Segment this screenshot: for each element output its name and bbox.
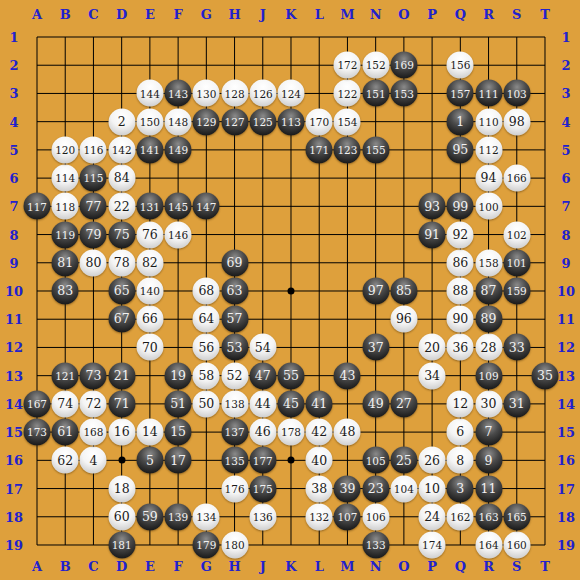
black-stone-89: 89 — [475, 306, 502, 333]
move-number: 124 — [281, 88, 301, 99]
move-number: 10 — [424, 482, 440, 495]
move-number: 102 — [507, 229, 527, 240]
black-stone-17: 17 — [165, 447, 192, 474]
white-stone-122: 122 — [334, 80, 361, 107]
move-number: 45 — [283, 398, 299, 411]
black-stone-23: 23 — [362, 475, 389, 502]
move-number: 170 — [309, 116, 329, 127]
move-number: 106 — [366, 512, 386, 523]
white-stone-138: 138 — [221, 390, 248, 417]
move-number: 4 — [89, 454, 97, 467]
move-number: 86 — [452, 257, 468, 270]
move-number: 27 — [396, 398, 412, 411]
coordinate-label: 19 — [557, 538, 575, 551]
black-stone-41: 41 — [306, 390, 333, 417]
move-number: 16 — [114, 426, 130, 439]
white-stone-86: 86 — [447, 249, 474, 276]
move-number: 53 — [227, 341, 243, 354]
white-stone-160: 160 — [503, 531, 530, 558]
black-stone-7: 7 — [475, 419, 502, 446]
black-stone-91: 91 — [419, 221, 446, 248]
black-stone-65: 65 — [108, 277, 135, 304]
white-stone-112: 112 — [475, 136, 502, 163]
move-number: 145 — [168, 201, 188, 212]
move-number: 9 — [485, 454, 493, 467]
coordinate-label: 10 — [5, 284, 23, 297]
black-stone-85: 85 — [390, 277, 417, 304]
white-stone-154: 154 — [334, 108, 361, 135]
move-number: 77 — [85, 200, 101, 213]
black-stone-79: 79 — [80, 221, 107, 248]
move-number: 20 — [424, 341, 440, 354]
white-stone-130: 130 — [193, 80, 220, 107]
white-stone-98: 98 — [503, 108, 530, 135]
black-stone-105: 105 — [362, 447, 389, 474]
white-stone-180: 180 — [221, 531, 248, 558]
white-stone-128: 128 — [221, 80, 248, 107]
white-stone-164: 164 — [475, 531, 502, 558]
white-stone-150: 150 — [136, 108, 163, 135]
move-number: 160 — [507, 540, 527, 551]
white-stone-56: 56 — [193, 334, 220, 361]
white-stone-68: 68 — [193, 277, 220, 304]
white-stone-64: 64 — [193, 306, 220, 333]
move-number: 103 — [507, 88, 527, 99]
white-stone-114: 114 — [52, 165, 79, 192]
move-number: 96 — [396, 313, 412, 326]
coordinate-label: P — [427, 560, 437, 573]
coordinate-label: 4 — [9, 115, 18, 128]
move-number: 154 — [337, 116, 357, 127]
coordinate-label: 10 — [557, 284, 575, 297]
coordinate-label: 13 — [5, 369, 23, 382]
white-stone-100: 100 — [475, 193, 502, 220]
white-stone-124: 124 — [277, 80, 304, 107]
black-stone-107: 107 — [334, 503, 361, 530]
move-number: 62 — [57, 454, 73, 467]
coordinate-label: G — [201, 8, 212, 21]
move-number: 14 — [142, 426, 158, 439]
white-stone-62: 62 — [52, 447, 79, 474]
white-stone-106: 106 — [362, 503, 389, 530]
white-stone-116: 116 — [80, 136, 107, 163]
move-number: 24 — [424, 511, 440, 524]
coordinate-label: A — [32, 560, 42, 573]
coordinate-label: 9 — [561, 256, 570, 269]
star-point — [287, 287, 294, 294]
black-stone-39: 39 — [334, 475, 361, 502]
black-stone-73: 73 — [80, 362, 107, 389]
move-number: 137 — [225, 427, 245, 438]
move-number: 95 — [452, 144, 468, 157]
move-number: 178 — [281, 427, 301, 438]
coordinate-label: 1 — [9, 31, 18, 44]
coordinate-label: 15 — [5, 426, 23, 439]
white-stone-30: 30 — [475, 390, 502, 417]
black-stone-15: 15 — [165, 419, 192, 446]
black-stone-159: 159 — [503, 277, 530, 304]
white-stone-12: 12 — [447, 390, 474, 417]
black-stone-143: 143 — [165, 80, 192, 107]
white-stone-14: 14 — [136, 419, 163, 446]
black-stone-27: 27 — [390, 390, 417, 417]
move-number: 64 — [198, 313, 214, 326]
coordinate-label: A — [32, 8, 42, 21]
coordinate-label: 14 — [5, 397, 23, 410]
black-stone-149: 149 — [165, 136, 192, 163]
move-number: 93 — [424, 200, 440, 213]
coordinate-label: O — [398, 560, 409, 573]
coordinate-label: 16 — [557, 454, 575, 467]
move-number: 142 — [112, 145, 132, 156]
white-stone-10: 10 — [419, 475, 446, 502]
coordinate-label: M — [340, 8, 354, 21]
move-number: 159 — [507, 286, 527, 297]
move-number: 67 — [114, 313, 130, 326]
move-number: 84 — [114, 172, 130, 185]
move-number: 90 — [452, 313, 468, 326]
move-number: 141 — [140, 145, 160, 156]
black-stone-101: 101 — [503, 249, 530, 276]
move-number: 69 — [227, 257, 243, 270]
white-stone-54: 54 — [249, 334, 276, 361]
white-stone-176: 176 — [221, 475, 248, 502]
move-number: 118 — [55, 201, 75, 212]
white-stone-60: 60 — [108, 503, 135, 530]
move-number: 42 — [311, 426, 327, 439]
move-number: 1 — [456, 115, 464, 128]
move-number: 134 — [196, 512, 216, 523]
coordinate-label: E — [145, 560, 155, 573]
black-stone-57: 57 — [221, 306, 248, 333]
move-number: 65 — [114, 285, 130, 298]
move-number: 104 — [394, 483, 414, 494]
coordinate-label: L — [315, 560, 324, 573]
move-number: 133 — [366, 540, 386, 551]
white-stone-158: 158 — [475, 249, 502, 276]
coordinate-label: J — [260, 8, 266, 21]
move-number: 83 — [57, 285, 73, 298]
black-stone-165: 165 — [503, 503, 530, 530]
black-stone-111: 111 — [475, 80, 502, 107]
coordinate-label: 14 — [557, 397, 575, 410]
white-stone-76: 76 — [136, 221, 163, 248]
move-number: 40 — [311, 454, 327, 467]
move-number: 144 — [140, 88, 160, 99]
black-stone-171: 171 — [306, 136, 333, 163]
white-stone-36: 36 — [447, 334, 474, 361]
white-stone-92: 92 — [447, 221, 474, 248]
coordinate-label: 19 — [5, 538, 23, 551]
white-stone-34: 34 — [419, 362, 446, 389]
white-stone-42: 42 — [306, 419, 333, 446]
move-number: 36 — [452, 341, 468, 354]
black-stone-93: 93 — [419, 193, 446, 220]
coordinate-label: F — [173, 560, 182, 573]
move-number: 115 — [83, 173, 103, 184]
black-stone-87: 87 — [475, 277, 502, 304]
move-number: 5 — [146, 454, 154, 467]
white-stone-74: 74 — [52, 390, 79, 417]
move-number: 163 — [479, 512, 499, 523]
coordinate-label: J — [260, 560, 266, 573]
coordinate-label: 3 — [561, 87, 570, 100]
black-stone-77: 77 — [80, 193, 107, 220]
coordinate-label: Q — [455, 8, 466, 21]
black-stone-177: 177 — [249, 447, 276, 474]
move-number: 165 — [507, 512, 527, 523]
move-number: 119 — [55, 229, 75, 240]
move-number: 181 — [112, 540, 132, 551]
move-number: 122 — [337, 88, 357, 99]
coordinate-label: 4 — [561, 115, 570, 128]
move-number: 169 — [394, 60, 414, 71]
move-number: 177 — [253, 455, 273, 466]
coordinate-label: 8 — [561, 228, 570, 241]
move-number: 88 — [452, 285, 468, 298]
move-number: 7 — [485, 426, 493, 439]
coordinate-label: Q — [455, 560, 466, 573]
black-stone-71: 71 — [108, 390, 135, 417]
black-stone-179: 179 — [193, 531, 220, 558]
move-number: 152 — [366, 60, 386, 71]
coordinate-label: 6 — [9, 172, 18, 185]
coordinate-label: 2 — [561, 59, 570, 72]
coordinate-label: 5 — [9, 143, 18, 156]
move-number: 112 — [479, 145, 499, 156]
coordinate-label: 18 — [5, 510, 23, 523]
coordinate-label: F — [173, 8, 182, 21]
coordinate-label: 5 — [561, 143, 570, 156]
star-point — [287, 457, 294, 464]
black-stone-167: 167 — [24, 390, 51, 417]
white-stone-172: 172 — [334, 52, 361, 79]
move-number: 18 — [114, 482, 130, 495]
white-stone-146: 146 — [165, 221, 192, 248]
white-stone-20: 20 — [419, 334, 446, 361]
move-number: 109 — [479, 370, 499, 381]
move-number: 146 — [168, 229, 188, 240]
white-stone-50: 50 — [193, 390, 220, 417]
coordinate-label: 3 — [9, 87, 18, 100]
move-number: 12 — [452, 398, 468, 411]
move-number: 100 — [479, 201, 499, 212]
white-stone-58: 58 — [193, 362, 220, 389]
coordinate-label: 16 — [5, 454, 23, 467]
black-stone-181: 181 — [108, 531, 135, 558]
move-number: 41 — [311, 398, 327, 411]
move-number: 60 — [114, 511, 130, 524]
white-stone-4: 4 — [80, 447, 107, 474]
white-stone-84: 84 — [108, 165, 135, 192]
white-stone-44: 44 — [249, 390, 276, 417]
move-number: 116 — [83, 145, 103, 156]
move-number: 52 — [227, 369, 243, 382]
black-stone-175: 175 — [249, 475, 276, 502]
black-stone-115: 115 — [80, 165, 107, 192]
move-number: 19 — [170, 369, 186, 382]
white-stone-78: 78 — [108, 249, 135, 276]
coordinate-label: 1 — [561, 31, 570, 44]
coordinate-label: R — [483, 8, 494, 21]
move-number: 157 — [450, 88, 470, 99]
move-number: 46 — [255, 426, 271, 439]
black-stone-163: 163 — [475, 503, 502, 530]
move-number: 94 — [481, 172, 497, 185]
white-stone-104: 104 — [390, 475, 417, 502]
move-number: 175 — [253, 483, 273, 494]
black-stone-19: 19 — [165, 362, 192, 389]
black-stone-51: 51 — [165, 390, 192, 417]
coordinate-label: K — [285, 560, 296, 573]
black-stone-9: 9 — [475, 447, 502, 474]
white-stone-16: 16 — [108, 419, 135, 446]
coordinate-label: N — [370, 560, 382, 573]
white-stone-94: 94 — [475, 165, 502, 192]
black-stone-3: 3 — [447, 475, 474, 502]
white-stone-170: 170 — [306, 108, 333, 135]
move-number: 164 — [479, 540, 499, 551]
move-number: 92 — [452, 228, 468, 241]
coordinate-label: O — [398, 8, 409, 21]
white-stone-46: 46 — [249, 419, 276, 446]
black-stone-155: 155 — [362, 136, 389, 163]
white-stone-40: 40 — [306, 447, 333, 474]
white-stone-48: 48 — [334, 419, 361, 446]
move-number: 123 — [337, 145, 357, 156]
white-stone-26: 26 — [419, 447, 446, 474]
move-number: 43 — [339, 369, 355, 382]
coordinate-label: M — [340, 560, 354, 573]
move-number: 21 — [114, 369, 130, 382]
move-number: 58 — [198, 369, 214, 382]
white-stone-24: 24 — [419, 503, 446, 530]
white-stone-88: 88 — [447, 277, 474, 304]
move-number: 6 — [456, 426, 464, 439]
black-stone-53: 53 — [221, 334, 248, 361]
white-stone-52: 52 — [221, 362, 248, 389]
move-number: 97 — [368, 285, 384, 298]
black-stone-31: 31 — [503, 390, 530, 417]
white-stone-148: 148 — [165, 108, 192, 135]
coordinate-label: E — [145, 8, 155, 21]
black-stone-147: 147 — [193, 193, 220, 220]
white-stone-38: 38 — [306, 475, 333, 502]
white-stone-70: 70 — [136, 334, 163, 361]
white-stone-144: 144 — [136, 80, 163, 107]
move-number: 136 — [253, 512, 273, 523]
white-stone-6: 6 — [447, 419, 474, 446]
move-number: 75 — [114, 228, 130, 241]
move-number: 105 — [366, 455, 386, 466]
white-stone-126: 126 — [249, 80, 276, 107]
move-number: 78 — [114, 257, 130, 270]
move-number: 87 — [481, 285, 497, 298]
black-stone-67: 67 — [108, 306, 135, 333]
move-number: 148 — [168, 116, 188, 127]
coordinate-label: 7 — [9, 200, 18, 213]
move-number: 132 — [309, 512, 329, 523]
coordinate-label: 18 — [557, 510, 575, 523]
move-number: 89 — [481, 313, 497, 326]
black-stone-151: 151 — [362, 80, 389, 107]
black-stone-95: 95 — [447, 136, 474, 163]
white-stone-80: 80 — [80, 249, 107, 276]
white-stone-178: 178 — [277, 419, 304, 446]
coordinate-label: P — [427, 8, 437, 21]
coordinate-label: 12 — [5, 341, 23, 354]
move-number: 131 — [140, 201, 160, 212]
coordinate-label: L — [315, 8, 324, 21]
coordinate-label: 12 — [557, 341, 575, 354]
black-stone-83: 83 — [52, 277, 79, 304]
black-stone-135: 135 — [221, 447, 248, 474]
black-stone-131: 131 — [136, 193, 163, 220]
white-stone-136: 136 — [249, 503, 276, 530]
black-stone-139: 139 — [165, 503, 192, 530]
move-number: 150 — [140, 116, 160, 127]
coordinate-label: D — [116, 560, 127, 573]
move-number: 81 — [57, 257, 73, 270]
white-stone-82: 82 — [136, 249, 163, 276]
move-number: 120 — [55, 145, 75, 156]
black-stone-117: 117 — [24, 193, 51, 220]
white-stone-28: 28 — [475, 334, 502, 361]
move-number: 172 — [337, 60, 357, 71]
black-stone-63: 63 — [221, 277, 248, 304]
move-number: 35 — [537, 369, 553, 382]
black-stone-75: 75 — [108, 221, 135, 248]
move-number: 72 — [85, 398, 101, 411]
move-number: 39 — [339, 482, 355, 495]
white-stone-66: 66 — [136, 306, 163, 333]
white-stone-140: 140 — [136, 277, 163, 304]
black-stone-49: 49 — [362, 390, 389, 417]
coordinate-label: 15 — [557, 426, 575, 439]
move-number: 107 — [337, 512, 357, 523]
coordinate-label: 17 — [5, 482, 23, 495]
move-number: 176 — [225, 483, 245, 494]
move-number: 68 — [198, 285, 214, 298]
black-stone-99: 99 — [447, 193, 474, 220]
move-number: 153 — [394, 88, 414, 99]
star-point — [118, 457, 125, 464]
black-stone-119: 119 — [52, 221, 79, 248]
white-stone-168: 168 — [80, 419, 107, 446]
move-number: 79 — [85, 228, 101, 241]
black-stone-69: 69 — [221, 249, 248, 276]
move-number: 110 — [479, 116, 499, 127]
move-number: 70 — [142, 341, 158, 354]
black-stone-33: 33 — [503, 334, 530, 361]
move-number: 155 — [366, 145, 386, 156]
move-number: 76 — [142, 228, 158, 241]
white-stone-134: 134 — [193, 503, 220, 530]
move-number: 63 — [227, 285, 243, 298]
black-stone-125: 125 — [249, 108, 276, 135]
move-number: 99 — [452, 200, 468, 213]
white-stone-152: 152 — [362, 52, 389, 79]
move-number: 85 — [396, 285, 412, 298]
move-number: 129 — [196, 116, 216, 127]
move-number: 135 — [225, 455, 245, 466]
white-stone-2: 2 — [108, 108, 135, 135]
white-stone-174: 174 — [419, 531, 446, 558]
black-stone-81: 81 — [52, 249, 79, 276]
black-stone-127: 127 — [221, 108, 248, 135]
move-number: 126 — [253, 88, 273, 99]
move-number: 111 — [479, 88, 499, 99]
